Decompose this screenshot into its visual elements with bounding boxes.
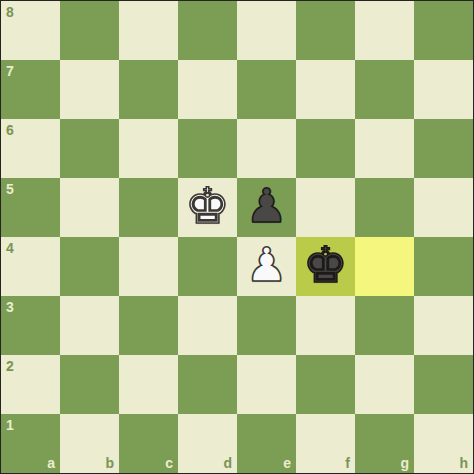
- file-label-a: a: [47, 456, 55, 470]
- square-d4[interactable]: [178, 237, 237, 296]
- file-label-e: e: [283, 456, 291, 470]
- square-e1[interactable]: e: [237, 414, 296, 473]
- square-b8[interactable]: [60, 1, 119, 60]
- square-c8[interactable]: [119, 1, 178, 60]
- rank-label-8: 8: [6, 5, 14, 19]
- white-pawn[interactable]: ♟: [237, 237, 296, 294]
- square-g2[interactable]: [355, 355, 414, 414]
- square-a7[interactable]: 7: [1, 60, 60, 119]
- square-h7[interactable]: [414, 60, 473, 119]
- square-f2[interactable]: [296, 355, 355, 414]
- square-e6[interactable]: [237, 119, 296, 178]
- square-d3[interactable]: [178, 296, 237, 355]
- file-label-h: h: [459, 456, 468, 470]
- square-h2[interactable]: [414, 355, 473, 414]
- square-g4[interactable]: [355, 237, 414, 296]
- square-f7[interactable]: [296, 60, 355, 119]
- square-h6[interactable]: [414, 119, 473, 178]
- file-label-c: c: [165, 456, 173, 470]
- chess-board: 8765♚♟4♟♚321abcdefgh: [0, 0, 474, 474]
- square-c1[interactable]: c: [119, 414, 178, 473]
- square-f5[interactable]: [296, 178, 355, 237]
- square-g3[interactable]: [355, 296, 414, 355]
- square-a8[interactable]: 8: [1, 1, 60, 60]
- square-g8[interactable]: [355, 1, 414, 60]
- square-d1[interactable]: d: [178, 414, 237, 473]
- square-h1[interactable]: h: [414, 414, 473, 473]
- square-h5[interactable]: [414, 178, 473, 237]
- square-e4[interactable]: ♟: [237, 237, 296, 296]
- square-a5[interactable]: 5: [1, 178, 60, 237]
- square-b1[interactable]: b: [60, 414, 119, 473]
- square-f1[interactable]: f: [296, 414, 355, 473]
- square-d5[interactable]: ♚: [178, 178, 237, 237]
- square-b6[interactable]: [60, 119, 119, 178]
- square-f8[interactable]: [296, 1, 355, 60]
- file-label-b: b: [105, 456, 114, 470]
- square-g5[interactable]: [355, 178, 414, 237]
- square-c4[interactable]: [119, 237, 178, 296]
- square-a6[interactable]: 6: [1, 119, 60, 178]
- square-c5[interactable]: [119, 178, 178, 237]
- square-g1[interactable]: g: [355, 414, 414, 473]
- square-e2[interactable]: [237, 355, 296, 414]
- black-king[interactable]: ♚: [296, 237, 355, 294]
- square-g6[interactable]: [355, 119, 414, 178]
- square-b2[interactable]: [60, 355, 119, 414]
- square-f4[interactable]: ♚: [296, 237, 355, 296]
- rank-label-6: 6: [6, 123, 14, 137]
- rank-label-7: 7: [6, 64, 14, 78]
- square-c3[interactable]: [119, 296, 178, 355]
- square-c6[interactable]: [119, 119, 178, 178]
- square-d6[interactable]: [178, 119, 237, 178]
- square-b7[interactable]: [60, 60, 119, 119]
- file-label-f: f: [345, 456, 350, 470]
- rank-label-3: 3: [6, 300, 14, 314]
- square-e7[interactable]: [237, 60, 296, 119]
- square-e8[interactable]: [237, 1, 296, 60]
- square-c7[interactable]: [119, 60, 178, 119]
- square-b5[interactable]: [60, 178, 119, 237]
- square-h4[interactable]: [414, 237, 473, 296]
- square-b4[interactable]: [60, 237, 119, 296]
- square-b3[interactable]: [60, 296, 119, 355]
- rank-label-5: 5: [6, 182, 14, 196]
- square-d2[interactable]: [178, 355, 237, 414]
- file-label-d: d: [223, 456, 232, 470]
- square-f6[interactable]: [296, 119, 355, 178]
- square-h8[interactable]: [414, 1, 473, 60]
- square-a1[interactable]: 1a: [1, 414, 60, 473]
- square-f3[interactable]: [296, 296, 355, 355]
- square-a3[interactable]: 3: [1, 296, 60, 355]
- square-h3[interactable]: [414, 296, 473, 355]
- black-pawn[interactable]: ♟: [237, 178, 296, 235]
- square-a2[interactable]: 2: [1, 355, 60, 414]
- square-d8[interactable]: [178, 1, 237, 60]
- rank-label-2: 2: [6, 359, 14, 373]
- file-label-g: g: [400, 456, 409, 470]
- rank-label-4: 4: [6, 241, 14, 255]
- square-g7[interactable]: [355, 60, 414, 119]
- square-e5[interactable]: ♟: [237, 178, 296, 237]
- white-king[interactable]: ♚: [178, 178, 237, 235]
- square-a4[interactable]: 4: [1, 237, 60, 296]
- square-c2[interactable]: [119, 355, 178, 414]
- square-d7[interactable]: [178, 60, 237, 119]
- rank-label-1: 1: [6, 418, 14, 432]
- square-e3[interactable]: [237, 296, 296, 355]
